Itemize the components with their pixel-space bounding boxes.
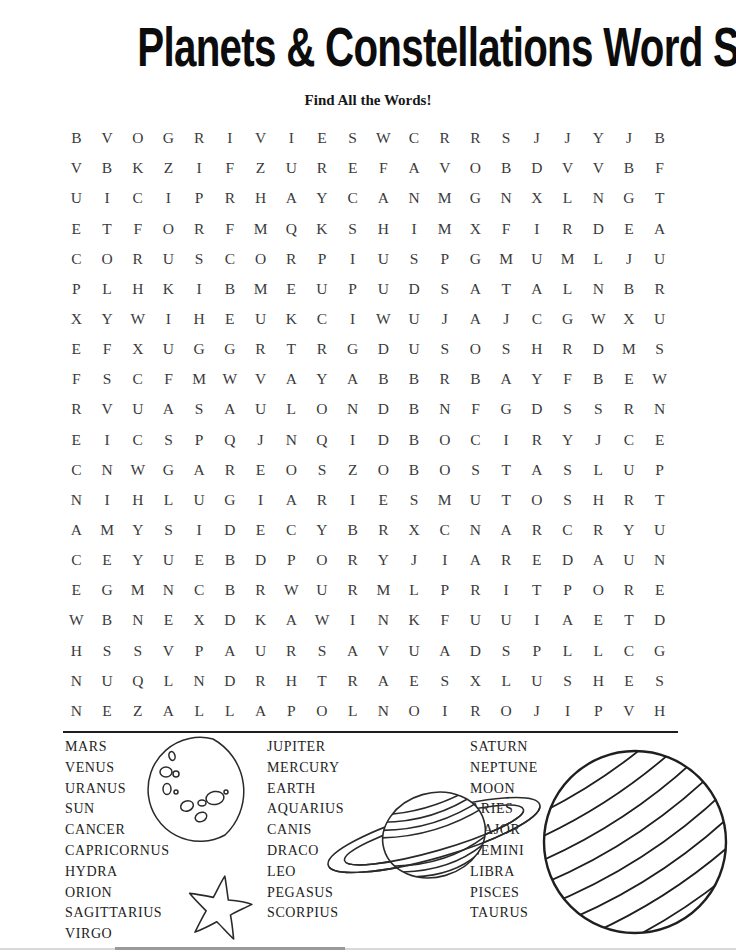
grid-cell[interactable]: P — [337, 274, 368, 304]
grid-cell[interactable]: L — [583, 455, 614, 485]
grid-cell[interactable]: I — [184, 274, 215, 304]
grid-cell[interactable]: N — [368, 696, 399, 726]
grid-cell[interactable]: U — [122, 394, 153, 424]
grid-cell[interactable]: S — [583, 394, 614, 424]
grid-cell[interactable]: V — [92, 123, 123, 153]
grid-cell[interactable]: I — [92, 424, 123, 454]
grid-cell[interactable]: N — [153, 575, 184, 605]
grid-cell[interactable]: O — [429, 424, 460, 454]
grid-cell[interactable]: A — [184, 455, 215, 485]
grid-cell[interactable]: U — [399, 636, 430, 666]
grid-cell[interactable]: V — [245, 123, 276, 153]
grid-cell[interactable]: W — [276, 575, 307, 605]
grid-cell[interactable]: Y — [522, 364, 553, 394]
grid-cell[interactable]: W — [583, 304, 614, 334]
grid-cell[interactable]: D — [399, 274, 430, 304]
grid-cell[interactable]: V — [61, 153, 92, 183]
grid-cell[interactable]: S — [552, 455, 583, 485]
grid-cell[interactable]: R — [614, 394, 645, 424]
grid-cell[interactable]: S — [491, 334, 522, 364]
grid-cell[interactable]: I — [92, 485, 123, 515]
grid-cell[interactable]: I — [491, 575, 522, 605]
grid-cell[interactable]: M — [552, 244, 583, 274]
grid-cell[interactable]: N — [61, 485, 92, 515]
grid-cell[interactable]: S — [184, 394, 215, 424]
grid-cell[interactable]: S — [122, 636, 153, 666]
grid-cell[interactable]: U — [153, 244, 184, 274]
grid-cell[interactable]: I — [337, 244, 368, 274]
grid-cell[interactable]: A — [522, 455, 553, 485]
grid-cell[interactable]: C — [307, 304, 338, 334]
grid-cell[interactable]: B — [460, 364, 491, 394]
grid-cell[interactable]: E — [644, 424, 675, 454]
grid-cell[interactable]: D — [215, 515, 246, 545]
grid-cell[interactable]: F — [429, 605, 460, 635]
grid-cell[interactable]: A — [276, 485, 307, 515]
grid-cell[interactable]: A — [153, 394, 184, 424]
grid-cell[interactable]: F — [491, 213, 522, 243]
grid-cell[interactable]: F — [215, 153, 246, 183]
grid-cell[interactable]: P — [583, 696, 614, 726]
grid-cell[interactable]: E — [522, 545, 553, 575]
grid-cell[interactable]: I — [92, 183, 123, 213]
grid-cell[interactable]: U — [276, 153, 307, 183]
grid-cell[interactable]: P — [184, 424, 215, 454]
grid-cell[interactable]: S — [307, 636, 338, 666]
grid-cell[interactable]: J — [614, 123, 645, 153]
grid-cell[interactable]: A — [276, 605, 307, 635]
grid-cell[interactable]: C — [122, 424, 153, 454]
grid-cell[interactable]: Z — [337, 455, 368, 485]
grid-cell[interactable]: E — [276, 274, 307, 304]
grid-cell[interactable]: B — [614, 274, 645, 304]
grid-cell[interactable]: Q — [122, 666, 153, 696]
grid-cell[interactable]: J — [522, 696, 553, 726]
grid-cell[interactable]: I — [276, 123, 307, 153]
grid-cell[interactable]: Z — [122, 696, 153, 726]
grid-cell[interactable]: C — [122, 364, 153, 394]
grid-cell[interactable]: E — [61, 213, 92, 243]
grid-cell[interactable]: C — [429, 515, 460, 545]
grid-cell[interactable]: W — [122, 304, 153, 334]
grid-cell[interactable]: J — [583, 424, 614, 454]
grid-cell[interactable]: M — [92, 515, 123, 545]
grid-cell[interactable]: E — [61, 424, 92, 454]
grid-cell[interactable]: L — [184, 696, 215, 726]
grid-cell[interactable]: R — [276, 636, 307, 666]
grid-cell[interactable]: Y — [368, 545, 399, 575]
grid-cell[interactable]: S — [429, 666, 460, 696]
grid-cell[interactable]: W — [215, 364, 246, 394]
grid-cell[interactable]: A — [276, 183, 307, 213]
grid-cell[interactable]: R — [122, 244, 153, 274]
grid-cell[interactable]: I — [153, 304, 184, 334]
grid-cell[interactable]: O — [522, 485, 553, 515]
grid-cell[interactable]: D — [368, 394, 399, 424]
grid-cell[interactable]: N — [184, 666, 215, 696]
grid-cell[interactable]: A — [368, 666, 399, 696]
grid-cell[interactable]: U — [644, 244, 675, 274]
grid-cell[interactable]: L — [552, 274, 583, 304]
grid-cell[interactable]: T — [522, 575, 553, 605]
grid-cell[interactable]: Y — [307, 183, 338, 213]
grid-cell[interactable]: S — [644, 334, 675, 364]
grid-cell[interactable]: F — [122, 213, 153, 243]
grid-cell[interactable]: E — [614, 213, 645, 243]
grid-cell[interactable]: D — [522, 153, 553, 183]
grid-cell[interactable]: Q — [307, 424, 338, 454]
grid-cell[interactable]: R — [460, 696, 491, 726]
grid-cell[interactable]: C — [61, 455, 92, 485]
grid-cell[interactable]: A — [460, 304, 491, 334]
grid-cell[interactable]: G — [614, 183, 645, 213]
grid-cell[interactable]: R — [337, 545, 368, 575]
grid-cell[interactable]: R — [215, 183, 246, 213]
grid-cell[interactable]: F — [460, 394, 491, 424]
grid-cell[interactable]: D — [245, 545, 276, 575]
grid-cell[interactable]: G — [153, 455, 184, 485]
grid-cell[interactable]: L — [153, 485, 184, 515]
grid-cell[interactable]: A — [337, 636, 368, 666]
grid-cell[interactable]: H — [522, 334, 553, 364]
grid-cell[interactable]: Q — [276, 213, 307, 243]
grid-cell[interactable]: K — [122, 153, 153, 183]
grid-cell[interactable]: R — [337, 666, 368, 696]
grid-cell[interactable]: W — [368, 123, 399, 153]
grid-cell[interactable]: N — [399, 183, 430, 213]
grid-cell[interactable]: U — [368, 274, 399, 304]
grid-cell[interactable]: H — [122, 485, 153, 515]
grid-cell[interactable]: Q — [215, 424, 246, 454]
grid-cell[interactable]: H — [368, 213, 399, 243]
grid-cell[interactable]: R — [491, 545, 522, 575]
grid-cell[interactable]: A — [552, 605, 583, 635]
grid-cell[interactable]: M — [245, 213, 276, 243]
grid-cell[interactable]: D — [644, 605, 675, 635]
grid-cell[interactable]: C — [614, 636, 645, 666]
grid-cell[interactable]: O — [368, 455, 399, 485]
grid-cell[interactable]: G — [644, 636, 675, 666]
grid-cell[interactable]: H — [583, 666, 614, 696]
grid-cell[interactable]: R — [552, 213, 583, 243]
grid-cell[interactable]: S — [429, 274, 460, 304]
grid-cell[interactable]: L — [92, 274, 123, 304]
grid-cell[interactable]: A — [368, 183, 399, 213]
grid-cell[interactable]: E — [337, 153, 368, 183]
grid-cell[interactable]: H — [583, 485, 614, 515]
grid-cell[interactable]: T — [491, 485, 522, 515]
grid-cell[interactable]: S — [337, 123, 368, 153]
grid-cell[interactable]: L — [491, 666, 522, 696]
grid-cell[interactable]: A — [337, 364, 368, 394]
grid-cell[interactable]: X — [184, 605, 215, 635]
grid-cell[interactable]: T — [491, 274, 522, 304]
grid-cell[interactable]: O — [307, 696, 338, 726]
grid-cell[interactable]: T — [491, 455, 522, 485]
grid-cell[interactable]: R — [245, 575, 276, 605]
grid-cell[interactable]: E — [153, 605, 184, 635]
grid-cell[interactable]: O — [307, 545, 338, 575]
grid-cell[interactable]: C — [276, 515, 307, 545]
grid-cell[interactable]: P — [184, 636, 215, 666]
grid-cell[interactable]: N — [337, 394, 368, 424]
grid-cell[interactable]: N — [491, 183, 522, 213]
grid-cell[interactable]: M — [429, 183, 460, 213]
grid-cell[interactable]: N — [368, 605, 399, 635]
grid-cell[interactable]: F — [368, 153, 399, 183]
grid-cell[interactable]: R — [429, 364, 460, 394]
grid-cell[interactable]: E — [184, 545, 215, 575]
grid-cell[interactable]: G — [153, 123, 184, 153]
grid-cell[interactable]: E — [614, 364, 645, 394]
grid-cell[interactable]: P — [276, 545, 307, 575]
grid-cell[interactable]: C — [460, 424, 491, 454]
grid-cell[interactable]: V — [614, 696, 645, 726]
grid-cell[interactable]: N — [276, 424, 307, 454]
grid-cell[interactable]: R — [245, 666, 276, 696]
grid-cell[interactable]: E — [644, 575, 675, 605]
grid-cell[interactable]: S — [92, 364, 123, 394]
grid-cell[interactable]: D — [368, 424, 399, 454]
grid-cell[interactable]: B — [337, 515, 368, 545]
grid-cell[interactable]: A — [215, 394, 246, 424]
grid-cell[interactable]: S — [460, 455, 491, 485]
grid-cell[interactable]: J — [245, 424, 276, 454]
grid-cell[interactable]: A — [522, 274, 553, 304]
grid-cell[interactable]: X — [460, 666, 491, 696]
grid-cell[interactable]: D — [552, 545, 583, 575]
grid-cell[interactable]: L — [583, 636, 614, 666]
grid-cell[interactable]: B — [215, 274, 246, 304]
grid-cell[interactable]: R — [614, 485, 645, 515]
grid-cell[interactable]: J — [552, 123, 583, 153]
grid-cell[interactable]: G — [337, 334, 368, 364]
grid-cell[interactable]: V — [92, 394, 123, 424]
grid-cell[interactable]: K — [153, 274, 184, 304]
grid-cell[interactable]: M — [122, 575, 153, 605]
grid-cell[interactable]: U — [307, 274, 338, 304]
grid-cell[interactable]: B — [399, 424, 430, 454]
grid-cell[interactable]: Y — [307, 364, 338, 394]
grid-cell[interactable]: O — [429, 455, 460, 485]
grid-cell[interactable]: V — [552, 153, 583, 183]
grid-cell[interactable]: I — [337, 485, 368, 515]
grid-cell[interactable]: I — [337, 605, 368, 635]
grid-cell[interactable]: F — [552, 364, 583, 394]
grid-cell[interactable]: G — [460, 244, 491, 274]
grid-cell[interactable]: S — [552, 666, 583, 696]
grid-cell[interactable]: F — [153, 364, 184, 394]
grid-cell[interactable]: N — [61, 666, 92, 696]
grid-cell[interactable]: B — [215, 575, 246, 605]
grid-cell[interactable]: P — [644, 455, 675, 485]
grid-cell[interactable]: Y — [583, 123, 614, 153]
grid-cell[interactable]: I — [184, 153, 215, 183]
grid-cell[interactable]: B — [399, 455, 430, 485]
grid-cell[interactable]: D — [215, 666, 246, 696]
grid-cell[interactable]: F — [61, 364, 92, 394]
grid-cell[interactable]: Y — [307, 515, 338, 545]
grid-cell[interactable]: E — [61, 575, 92, 605]
grid-cell[interactable]: U — [399, 304, 430, 334]
grid-cell[interactable]: V — [368, 636, 399, 666]
grid-cell[interactable]: R — [307, 153, 338, 183]
grid-cell[interactable]: A — [215, 636, 246, 666]
grid-cell[interactable]: I — [337, 424, 368, 454]
grid-cell[interactable]: L — [552, 183, 583, 213]
grid-cell[interactable]: R — [61, 394, 92, 424]
grid-cell[interactable]: M — [245, 274, 276, 304]
grid-cell[interactable]: O — [491, 696, 522, 726]
grid-cell[interactable]: P — [552, 575, 583, 605]
grid-cell[interactable]: L — [276, 394, 307, 424]
grid-cell[interactable]: H — [61, 636, 92, 666]
grid-cell[interactable]: A — [460, 545, 491, 575]
grid-cell[interactable]: R — [552, 334, 583, 364]
grid-cell[interactable]: O — [122, 123, 153, 153]
grid-cell[interactable]: D — [460, 636, 491, 666]
grid-cell[interactable]: G — [184, 334, 215, 364]
grid-cell[interactable]: W — [61, 605, 92, 635]
grid-cell[interactable]: B — [614, 153, 645, 183]
grid-cell[interactable]: P — [276, 696, 307, 726]
grid-cell[interactable]: F — [92, 334, 123, 364]
grid-cell[interactable]: L — [337, 696, 368, 726]
grid-cell[interactable]: I — [522, 213, 553, 243]
grid-cell[interactable]: R — [368, 515, 399, 545]
grid-cell[interactable]: O — [92, 244, 123, 274]
grid-cell[interactable]: V — [583, 153, 614, 183]
grid-cell[interactable]: I — [429, 545, 460, 575]
grid-cell[interactable]: F — [215, 213, 246, 243]
grid-cell[interactable]: U — [614, 545, 645, 575]
grid-cell[interactable]: S — [307, 455, 338, 485]
grid-cell[interactable]: M — [184, 364, 215, 394]
grid-cell[interactable]: E — [245, 515, 276, 545]
grid-cell[interactable]: X — [61, 304, 92, 334]
grid-cell[interactable]: F — [644, 153, 675, 183]
grid-cell[interactable]: R — [307, 485, 338, 515]
grid-cell[interactable]: K — [245, 605, 276, 635]
grid-cell[interactable]: C — [522, 304, 553, 334]
grid-cell[interactable]: U — [368, 244, 399, 274]
grid-cell[interactable]: M — [429, 485, 460, 515]
grid-cell[interactable]: T — [276, 334, 307, 364]
grid-cell[interactable]: X — [522, 183, 553, 213]
grid-cell[interactable]: B — [399, 394, 430, 424]
grid-cell[interactable]: U — [522, 244, 553, 274]
grid-cell[interactable]: D — [368, 334, 399, 364]
grid-cell[interactable]: I — [399, 213, 430, 243]
grid-cell[interactable]: N — [122, 605, 153, 635]
grid-cell[interactable]: I — [491, 424, 522, 454]
grid-cell[interactable]: R — [184, 123, 215, 153]
grid-cell[interactable]: U — [644, 515, 675, 545]
grid-cell[interactable]: R — [245, 334, 276, 364]
grid-cell[interactable]: B — [92, 153, 123, 183]
grid-cell[interactable]: K — [307, 213, 338, 243]
grid-cell[interactable]: N — [644, 394, 675, 424]
grid-cell[interactable]: U — [307, 575, 338, 605]
grid-cell[interactable]: X — [460, 213, 491, 243]
grid-cell[interactable]: I — [337, 304, 368, 334]
grid-cell[interactable]: I — [184, 515, 215, 545]
grid-cell[interactable]: B — [644, 123, 675, 153]
grid-cell[interactable]: S — [552, 485, 583, 515]
grid-cell[interactable]: E — [399, 666, 430, 696]
grid-cell[interactable]: U — [245, 636, 276, 666]
grid-cell[interactable]: D — [215, 605, 246, 635]
grid-cell[interactable]: Z — [153, 153, 184, 183]
grid-cell[interactable]: H — [122, 274, 153, 304]
grid-cell[interactable]: Y — [122, 515, 153, 545]
grid-cell[interactable]: N — [644, 545, 675, 575]
grid-cell[interactable]: S — [153, 424, 184, 454]
grid-cell[interactable]: D — [583, 213, 614, 243]
grid-cell[interactable]: P — [429, 575, 460, 605]
grid-cell[interactable]: B — [368, 364, 399, 394]
grid-cell[interactable]: O — [245, 244, 276, 274]
grid-cell[interactable]: X — [399, 515, 430, 545]
grid-cell[interactable]: S — [92, 636, 123, 666]
grid-cell[interactable]: O — [276, 455, 307, 485]
grid-cell[interactable]: R — [460, 575, 491, 605]
grid-cell[interactable]: W — [122, 455, 153, 485]
grid-cell[interactable]: I — [153, 183, 184, 213]
grid-cell[interactable]: N — [583, 183, 614, 213]
grid-cell[interactable]: G — [552, 304, 583, 334]
grid-cell[interactable]: S — [399, 244, 430, 274]
grid-cell[interactable]: P — [307, 244, 338, 274]
grid-cell[interactable]: R — [337, 575, 368, 605]
grid-cell[interactable]: L — [583, 244, 614, 274]
grid-cell[interactable]: J — [399, 545, 430, 575]
grid-cell[interactable]: H — [245, 183, 276, 213]
grid-cell[interactable]: S — [644, 666, 675, 696]
grid-cell[interactable]: E — [61, 334, 92, 364]
grid-cell[interactable]: U — [399, 334, 430, 364]
grid-cell[interactable]: Z — [245, 153, 276, 183]
grid-cell[interactable]: E — [307, 123, 338, 153]
grid-cell[interactable]: U — [460, 485, 491, 515]
grid-cell[interactable]: C — [614, 424, 645, 454]
grid-cell[interactable]: J — [614, 244, 645, 274]
grid-cell[interactable]: R — [522, 424, 553, 454]
grid-cell[interactable]: C — [552, 515, 583, 545]
grid-cell[interactable]: G — [460, 183, 491, 213]
grid-cell[interactable]: O — [399, 696, 430, 726]
grid-cell[interactable]: U — [522, 666, 553, 696]
grid-cell[interactable]: B — [491, 153, 522, 183]
grid-cell[interactable]: A — [460, 274, 491, 304]
grid-cell[interactable]: Y — [552, 424, 583, 454]
grid-cell[interactable]: X — [614, 304, 645, 334]
grid-cell[interactable]: A — [491, 364, 522, 394]
grid-cell[interactable]: U — [644, 304, 675, 334]
grid-cell[interactable]: L — [215, 696, 246, 726]
grid-cell[interactable]: A — [491, 515, 522, 545]
grid-cell[interactable]: A — [399, 153, 430, 183]
grid-cell[interactable]: M — [368, 575, 399, 605]
grid-cell[interactable]: R — [460, 123, 491, 153]
grid-cell[interactable]: E — [245, 455, 276, 485]
grid-cell[interactable]: Y — [92, 304, 123, 334]
grid-cell[interactable]: A — [583, 545, 614, 575]
grid-cell[interactable]: W — [644, 364, 675, 394]
grid-cell[interactable]: L — [552, 636, 583, 666]
grid-cell[interactable]: R — [522, 515, 553, 545]
grid-cell[interactable]: E — [368, 485, 399, 515]
